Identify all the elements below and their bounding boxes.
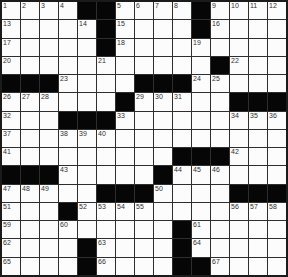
letter-cell[interactable] [135, 166, 153, 183]
letter-cell[interactable]: 40 [97, 130, 115, 147]
letter-cell[interactable]: 2 [21, 2, 39, 19]
letter-cell[interactable] [211, 185, 229, 202]
clue-number: 42 [231, 148, 239, 156]
clue-number: 62 [3, 239, 11, 247]
clue-number: 21 [98, 57, 106, 65]
letter-cell[interactable]: 62 [2, 239, 20, 256]
letter-cell[interactable] [59, 20, 77, 37]
letter-cell[interactable] [59, 93, 77, 110]
letter-cell[interactable] [135, 39, 153, 56]
clue-number: 9 [212, 2, 216, 10]
letter-cell[interactable] [268, 148, 286, 165]
letter-cell[interactable] [268, 20, 286, 37]
letter-cell[interactable] [249, 57, 267, 74]
clue-number: 25 [212, 75, 220, 83]
letter-cell[interactable] [230, 75, 248, 92]
block-cell [116, 185, 134, 202]
letter-cell[interactable] [40, 221, 58, 238]
letter-cell[interactable]: 54 [116, 203, 134, 220]
clue-number: 38 [60, 130, 68, 138]
letter-cell[interactable] [154, 20, 172, 37]
clue-number: 46 [212, 166, 220, 174]
clue-number: 34 [231, 112, 239, 120]
letter-cell[interactable]: 52 [78, 203, 96, 220]
block-cell [97, 112, 115, 129]
clue-number: 44 [174, 166, 182, 174]
letter-cell[interactable] [173, 39, 191, 56]
letter-cell[interactable]: 47 [2, 185, 20, 202]
letter-cell[interactable] [116, 130, 134, 147]
clue-number: 23 [60, 75, 68, 83]
letter-cell[interactable]: 33 [116, 112, 134, 129]
letter-cell[interactable] [116, 258, 134, 275]
letter-cell[interactable] [59, 185, 77, 202]
letter-cell[interactable] [268, 221, 286, 238]
block-cell [249, 185, 267, 202]
letter-cell[interactable]: 55 [135, 203, 153, 220]
crossword-grid: 1234567891011121314151617181920212223242… [0, 0, 288, 277]
letter-cell[interactable] [249, 20, 267, 37]
letter-cell[interactable]: 17 [2, 39, 20, 56]
letter-cell[interactable] [21, 112, 39, 129]
clue-number: 10 [231, 2, 239, 10]
letter-cell[interactable] [21, 148, 39, 165]
letter-cell[interactable]: 64 [192, 239, 210, 256]
letter-cell[interactable]: 7 [154, 2, 172, 19]
clue-number: 61 [193, 221, 201, 229]
letter-cell[interactable]: 60 [59, 221, 77, 238]
clue-number: 66 [98, 258, 106, 266]
letter-cell[interactable]: 4 [59, 2, 77, 19]
letter-cell[interactable] [135, 258, 153, 275]
clue-number: 7 [155, 2, 159, 10]
letter-cell[interactable] [97, 221, 115, 238]
block-cell [21, 166, 39, 183]
letter-cell[interactable]: 39 [78, 130, 96, 147]
letter-cell[interactable] [135, 130, 153, 147]
clue-number: 57 [250, 203, 258, 211]
letter-cell[interactable] [21, 258, 39, 275]
letter-cell[interactable] [135, 112, 153, 129]
letter-cell[interactable] [154, 221, 172, 238]
clue-number: 39 [79, 130, 87, 138]
letter-cell[interactable]: 46 [211, 166, 229, 183]
letter-cell[interactable]: 31 [173, 93, 191, 110]
clue-number: 29 [136, 93, 144, 101]
letter-cell[interactable] [40, 203, 58, 220]
letter-cell[interactable] [21, 203, 39, 220]
letter-cell[interactable]: 45 [192, 166, 210, 183]
clue-number: 33 [117, 112, 125, 120]
letter-cell[interactable] [21, 20, 39, 37]
letter-cell[interactable]: 56 [230, 203, 248, 220]
letter-cell[interactable] [40, 239, 58, 256]
letter-cell[interactable] [230, 20, 248, 37]
letter-cell[interactable]: 63 [97, 239, 115, 256]
letter-cell[interactable] [154, 130, 172, 147]
letter-cell[interactable] [78, 75, 96, 92]
clue-number: 36 [269, 112, 277, 120]
letter-cell[interactable] [154, 39, 172, 56]
letter-cell[interactable]: 37 [2, 130, 20, 147]
clue-number: 54 [117, 203, 125, 211]
letter-cell[interactable] [59, 57, 77, 74]
clue-number: 47 [3, 185, 11, 193]
letter-cell[interactable]: 24 [192, 75, 210, 92]
letter-cell[interactable] [40, 148, 58, 165]
clue-number: 4 [60, 2, 64, 10]
letter-cell[interactable] [135, 20, 153, 37]
clue-number: 41 [3, 148, 11, 156]
letter-cell[interactable] [268, 258, 286, 275]
letter-cell[interactable] [78, 148, 96, 165]
letter-cell[interactable] [211, 93, 229, 110]
letter-cell[interactable] [78, 185, 96, 202]
letter-cell[interactable] [40, 20, 58, 37]
clue-number: 19 [193, 39, 201, 47]
clue-number: 6 [136, 2, 140, 10]
clue-number: 14 [79, 20, 87, 28]
letter-cell[interactable]: 13 [2, 20, 20, 37]
letter-cell[interactable]: 58 [268, 203, 286, 220]
letter-cell[interactable] [173, 57, 191, 74]
clue-number: 26 [3, 93, 11, 101]
block-cell [78, 2, 96, 19]
block-cell [173, 221, 191, 238]
clue-number: 52 [79, 203, 87, 211]
letter-cell[interactable]: 16 [211, 20, 229, 37]
letter-cell[interactable] [268, 39, 286, 56]
letter-cell[interactable] [249, 39, 267, 56]
clue-number: 51 [3, 203, 11, 211]
letter-cell[interactable] [97, 148, 115, 165]
clue-number: 1 [3, 2, 7, 10]
block-cell [78, 239, 96, 256]
letter-cell[interactable] [40, 57, 58, 74]
letter-cell[interactable] [154, 112, 172, 129]
letter-cell[interactable] [40, 112, 58, 129]
clue-number: 31 [174, 93, 182, 101]
clue-number: 58 [269, 203, 277, 211]
letter-cell[interactable] [230, 39, 248, 56]
clue-number: 67 [212, 258, 220, 266]
block-cell [230, 93, 248, 110]
letter-cell[interactable]: 51 [2, 203, 20, 220]
block-cell [59, 203, 77, 220]
clue-number: 45 [193, 166, 201, 174]
clue-number: 11 [250, 2, 257, 10]
letter-cell[interactable] [135, 148, 153, 165]
letter-cell[interactable] [135, 221, 153, 238]
letter-cell[interactable]: 30 [154, 93, 172, 110]
clue-number: 50 [155, 185, 163, 193]
letter-cell[interactable] [40, 130, 58, 147]
letter-cell[interactable]: 9 [211, 2, 229, 19]
block-cell [268, 93, 286, 110]
letter-cell[interactable] [192, 93, 210, 110]
clue-number: 3 [41, 2, 45, 10]
letter-cell[interactable]: 10 [230, 2, 248, 19]
block-cell [135, 75, 153, 92]
block-cell [211, 57, 229, 74]
block-cell [192, 20, 210, 37]
letter-cell[interactable]: 65 [2, 258, 20, 275]
letter-cell[interactable]: 66 [97, 258, 115, 275]
letter-cell[interactable] [154, 57, 172, 74]
letter-cell[interactable]: 3 [40, 2, 58, 19]
letter-cell[interactable] [249, 258, 267, 275]
letter-cell[interactable] [249, 130, 267, 147]
letter-cell[interactable] [211, 239, 229, 256]
clue-number: 53 [98, 203, 106, 211]
letter-cell[interactable] [135, 57, 153, 74]
letter-cell[interactable] [78, 166, 96, 183]
letter-cell[interactable] [116, 57, 134, 74]
letter-cell[interactable] [116, 148, 134, 165]
letter-cell[interactable] [249, 166, 267, 183]
clue-number: 8 [174, 2, 178, 10]
letter-cell[interactable] [78, 57, 96, 74]
letter-cell[interactable]: 23 [59, 75, 77, 92]
clue-number: 15 [117, 20, 125, 28]
block-cell [173, 148, 191, 165]
letter-cell[interactable] [59, 239, 77, 256]
clue-number: 63 [98, 239, 106, 247]
block-cell [154, 75, 172, 92]
letter-cell[interactable] [268, 130, 286, 147]
clue-number: 40 [98, 130, 106, 138]
letter-cell[interactable] [249, 148, 267, 165]
letter-cell[interactable] [59, 258, 77, 275]
letter-cell[interactable]: 1 [2, 2, 20, 19]
letter-cell[interactable] [192, 112, 210, 129]
letter-cell[interactable] [40, 39, 58, 56]
block-cell [97, 185, 115, 202]
block-cell [59, 112, 77, 129]
block-cell [173, 239, 191, 256]
clue-number: 65 [3, 258, 11, 266]
letter-cell[interactable] [268, 166, 286, 183]
letter-cell[interactable]: 18 [116, 39, 134, 56]
letter-cell[interactable] [59, 148, 77, 165]
letter-cell[interactable]: 57 [249, 203, 267, 220]
block-cell [192, 148, 210, 165]
letter-cell[interactable] [249, 239, 267, 256]
clue-number: 16 [212, 20, 220, 28]
clue-number: 20 [3, 57, 11, 65]
block-cell [2, 166, 20, 183]
letter-cell[interactable]: 8 [173, 2, 191, 19]
letter-cell[interactable] [97, 166, 115, 183]
letter-cell[interactable] [154, 258, 172, 275]
letter-cell[interactable] [116, 166, 134, 183]
letter-cell[interactable] [268, 239, 286, 256]
clue-number: 22 [231, 57, 239, 65]
block-cell [97, 20, 115, 37]
letter-cell[interactable] [211, 130, 229, 147]
letter-cell[interactable] [154, 239, 172, 256]
letter-cell[interactable]: 5 [116, 2, 134, 19]
letter-cell[interactable]: 19 [192, 39, 210, 56]
letter-cell[interactable]: 11 [249, 2, 267, 19]
letter-cell[interactable] [192, 57, 210, 74]
letter-cell[interactable] [173, 185, 191, 202]
letter-cell[interactable]: 27 [21, 93, 39, 110]
letter-cell[interactable]: 6 [135, 2, 153, 19]
letter-cell[interactable] [154, 203, 172, 220]
letter-cell[interactable] [21, 57, 39, 74]
block-cell [78, 258, 96, 275]
block-cell [21, 75, 39, 92]
letter-cell[interactable]: 49 [40, 185, 58, 202]
letter-cell[interactable] [173, 130, 191, 147]
letter-cell[interactable] [211, 112, 229, 129]
letter-cell[interactable] [268, 75, 286, 92]
letter-cell[interactable] [78, 39, 96, 56]
block-cell [230, 185, 248, 202]
letter-cell[interactable]: 22 [230, 57, 248, 74]
letter-cell[interactable]: 67 [211, 258, 229, 275]
letter-cell[interactable] [78, 93, 96, 110]
letter-cell[interactable]: 25 [211, 75, 229, 92]
letter-cell[interactable] [116, 239, 134, 256]
letter-cell[interactable]: 53 [97, 203, 115, 220]
letter-cell[interactable] [116, 75, 134, 92]
block-cell [268, 185, 286, 202]
block-cell [116, 93, 134, 110]
block-cell [173, 75, 191, 92]
block-cell [192, 2, 210, 19]
block-cell [211, 148, 229, 165]
letter-cell[interactable] [192, 203, 210, 220]
block-cell [40, 75, 58, 92]
block-cell [78, 112, 96, 129]
letter-cell[interactable] [173, 112, 191, 129]
letter-cell[interactable] [230, 258, 248, 275]
letter-cell[interactable] [21, 130, 39, 147]
letter-cell[interactable]: 34 [230, 112, 248, 129]
letter-cell[interactable] [268, 57, 286, 74]
clue-number: 18 [117, 39, 125, 47]
clue-number: 13 [3, 20, 11, 28]
letter-cell[interactable] [173, 20, 191, 37]
letter-cell[interactable]: 21 [97, 57, 115, 74]
clue-number: 59 [3, 221, 11, 229]
block-cell [2, 75, 20, 92]
letter-cell[interactable] [249, 75, 267, 92]
clue-number: 2 [22, 2, 26, 10]
letter-cell[interactable] [192, 130, 210, 147]
letter-cell[interactable] [211, 221, 229, 238]
clue-number: 17 [3, 39, 11, 47]
clue-number: 24 [193, 75, 201, 83]
letter-cell[interactable]: 12 [268, 2, 286, 19]
letter-cell[interactable]: 59 [2, 221, 20, 238]
clue-number: 5 [117, 2, 121, 10]
letter-cell[interactable]: 48 [21, 185, 39, 202]
clue-number: 27 [22, 93, 30, 101]
letter-cell[interactable]: 20 [2, 57, 20, 74]
letter-cell[interactable]: 43 [59, 166, 77, 183]
letter-cell[interactable]: 35 [249, 112, 267, 129]
clue-number: 30 [155, 93, 163, 101]
clue-number: 60 [60, 221, 68, 229]
letter-cell[interactable] [230, 221, 248, 238]
clue-number: 35 [250, 112, 258, 120]
clue-number: 48 [22, 185, 30, 193]
block-cell [135, 185, 153, 202]
letter-cell[interactable] [230, 130, 248, 147]
clue-number: 12 [269, 2, 277, 10]
letter-cell[interactable]: 50 [154, 185, 172, 202]
letter-cell[interactable]: 38 [59, 130, 77, 147]
letter-cell[interactable]: 32 [2, 112, 20, 129]
letter-cell[interactable] [192, 185, 210, 202]
letter-cell[interactable] [116, 221, 134, 238]
clue-number: 43 [60, 166, 68, 174]
letter-cell[interactable]: 14 [78, 20, 96, 37]
clue-number: 64 [193, 239, 201, 247]
letter-cell[interactable] [249, 221, 267, 238]
letter-cell[interactable] [97, 75, 115, 92]
clue-number: 56 [231, 203, 239, 211]
clue-number: 55 [136, 203, 144, 211]
letter-cell[interactable] [154, 148, 172, 165]
clue-number: 32 [3, 112, 11, 120]
letter-cell[interactable]: 15 [116, 20, 134, 37]
clue-number: 28 [41, 93, 49, 101]
letter-cell[interactable]: 44 [173, 166, 191, 183]
letter-cell[interactable] [21, 221, 39, 238]
block-cell [97, 2, 115, 19]
letter-cell[interactable]: 36 [268, 112, 286, 129]
block-cell [249, 93, 267, 110]
letter-cell[interactable]: 26 [2, 93, 20, 110]
letter-cell[interactable] [211, 203, 229, 220]
block-cell [97, 39, 115, 56]
clue-number: 37 [3, 130, 11, 138]
block-cell [173, 258, 191, 275]
letter-cell[interactable] [21, 239, 39, 256]
letter-cell[interactable]: 42 [230, 148, 248, 165]
letter-cell[interactable]: 28 [40, 93, 58, 110]
letter-cell[interactable] [211, 39, 229, 56]
letter-cell[interactable] [40, 258, 58, 275]
block-cell [192, 258, 210, 275]
letter-cell[interactable] [135, 239, 153, 256]
clue-number: 49 [41, 185, 49, 193]
letter-cell[interactable] [78, 221, 96, 238]
letter-cell[interactable]: 41 [2, 148, 20, 165]
letter-cell[interactable] [21, 39, 39, 56]
letter-cell[interactable]: 61 [192, 221, 210, 238]
letter-cell[interactable] [97, 93, 115, 110]
block-cell [40, 166, 58, 183]
letter-cell[interactable]: 29 [135, 93, 153, 110]
letter-cell[interactable] [173, 203, 191, 220]
block-cell [154, 166, 172, 183]
letter-cell[interactable] [230, 166, 248, 183]
letter-cell[interactable] [59, 39, 77, 56]
letter-cell[interactable] [230, 239, 248, 256]
